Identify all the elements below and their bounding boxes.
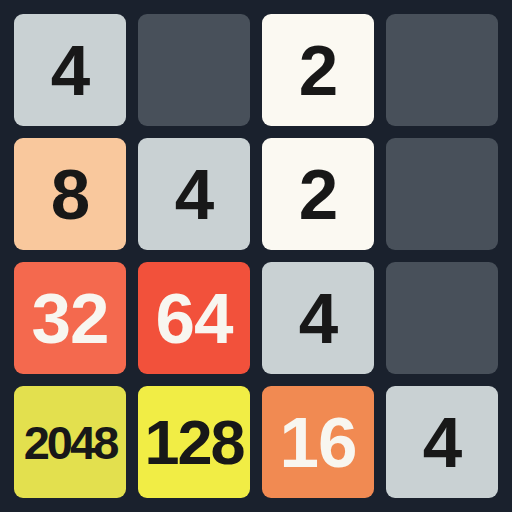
tile-r2c3: 2: [262, 138, 374, 250]
tile-r4c2: 128: [138, 386, 250, 498]
tile-r4c3: 16: [262, 386, 374, 498]
tile-r2c2: 4: [138, 138, 250, 250]
tile-r3c1: 32: [14, 262, 126, 374]
empty-cell-r3c4: [386, 262, 498, 374]
tile-r1c3: 2: [262, 14, 374, 126]
empty-cell-r2c4: [386, 138, 498, 250]
tile-r3c2: 64: [138, 262, 250, 374]
tile-r4c4: 4: [386, 386, 498, 498]
empty-cell-r1c2: [138, 14, 250, 126]
tile-r2c1: 8: [14, 138, 126, 250]
app-background: { "game": "2048", "board": { "rows": 4, …: [0, 0, 512, 512]
tile-r1c1: 4: [14, 14, 126, 126]
tile-r4c1: 2048: [14, 386, 126, 498]
empty-cell-r1c4: [386, 14, 498, 126]
board[interactable]: 42842326442048128164: [14, 14, 498, 498]
tile-r3c3: 4: [262, 262, 374, 374]
